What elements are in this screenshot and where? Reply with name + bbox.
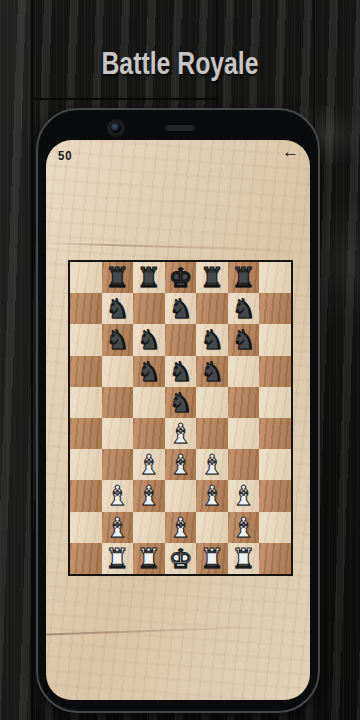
square-d9[interactable]: ♞: [165, 293, 197, 324]
square-a7[interactable]: [70, 356, 102, 387]
piece-white-bishop: ♝: [137, 451, 161, 478]
piece-white-king: ♚: [168, 545, 192, 572]
square-f7[interactable]: [228, 356, 260, 387]
square-b10[interactable]: ♜: [102, 262, 134, 293]
piece-white-rook: ♜: [232, 545, 256, 572]
square-a10[interactable]: [70, 262, 102, 293]
piece-black-knight: ♞: [105, 326, 129, 353]
square-b3[interactable]: ♝: [102, 480, 134, 511]
piece-black-knight: ♞: [168, 295, 192, 322]
square-e3[interactable]: ♝: [196, 480, 228, 511]
square-f3[interactable]: ♝: [228, 480, 260, 511]
square-e6[interactable]: [196, 387, 228, 418]
square-a5[interactable]: [70, 418, 102, 449]
square-e7[interactable]: ♞: [196, 356, 228, 387]
square-g4[interactable]: [259, 449, 291, 480]
phone-mockup: 50 ← ♜♜♚♜♜♞♞♞♞♞♞♞♞♞♞♞♝♝♝♝♝♝♝♝♝♝♝♜♜♚♜♜: [36, 108, 320, 713]
page-title: Battle Royale: [36, 46, 324, 82]
square-a3[interactable]: [70, 480, 102, 511]
square-d5[interactable]: ♝: [165, 418, 197, 449]
square-g2[interactable]: [259, 512, 291, 543]
piece-white-bishop: ♝: [168, 451, 192, 478]
wood-plank-seam: [0, 0, 33, 720]
square-g6[interactable]: [259, 387, 291, 418]
piece-white-bishop: ♝: [137, 482, 161, 509]
piece-black-knight: ♞: [168, 358, 192, 385]
wood-grain-line: [46, 624, 310, 635]
move-counter: 50: [58, 149, 73, 163]
square-b4[interactable]: [102, 449, 134, 480]
square-b6[interactable]: [102, 387, 134, 418]
square-c9[interactable]: [133, 293, 165, 324]
square-g7[interactable]: [259, 356, 291, 387]
square-f9[interactable]: ♞: [228, 293, 260, 324]
piece-black-knight: ♞: [168, 389, 192, 416]
square-b7[interactable]: [102, 356, 134, 387]
piece-white-rook: ♜: [200, 545, 224, 572]
square-g5[interactable]: [259, 418, 291, 449]
square-a9[interactable]: [70, 293, 102, 324]
app-screen: 50 ← ♜♜♚♜♜♞♞♞♞♞♞♞♞♞♞♞♝♝♝♝♝♝♝♝♝♝♝♜♜♚♜♜: [46, 140, 310, 700]
piece-white-bishop: ♝: [200, 482, 224, 509]
piece-black-rook: ♜: [200, 264, 224, 291]
piece-black-rook: ♜: [105, 264, 129, 291]
square-g8[interactable]: [259, 324, 291, 355]
square-e9[interactable]: [196, 293, 228, 324]
square-c6[interactable]: [133, 387, 165, 418]
square-a8[interactable]: [70, 324, 102, 355]
piece-black-knight: ♞: [137, 326, 161, 353]
square-e1[interactable]: ♜: [196, 543, 228, 574]
piece-white-bishop: ♝: [232, 482, 256, 509]
speaker-grill: [165, 125, 195, 131]
square-c7[interactable]: ♞: [133, 356, 165, 387]
square-d3[interactable]: [165, 480, 197, 511]
square-e10[interactable]: ♜: [196, 262, 228, 293]
piece-black-king: ♚: [168, 264, 192, 291]
piece-black-knight: ♞: [232, 295, 256, 322]
square-b5[interactable]: [102, 418, 134, 449]
square-a4[interactable]: [70, 449, 102, 480]
square-c10[interactable]: ♜: [133, 262, 165, 293]
square-e8[interactable]: ♞: [196, 324, 228, 355]
square-g3[interactable]: [259, 480, 291, 511]
piece-black-rook: ♜: [137, 264, 161, 291]
square-e2[interactable]: [196, 512, 228, 543]
piece-black-knight: ♞: [200, 358, 224, 385]
square-a1[interactable]: [70, 543, 102, 574]
square-d4[interactable]: ♝: [165, 449, 197, 480]
square-d1[interactable]: ♚: [165, 543, 197, 574]
square-c8[interactable]: ♞: [133, 324, 165, 355]
square-c4[interactable]: ♝: [133, 449, 165, 480]
wood-grain-line: [46, 242, 310, 251]
piece-black-knight: ♞: [137, 358, 161, 385]
piece-black-knight: ♞: [200, 326, 224, 353]
piece-white-bishop: ♝: [168, 514, 192, 541]
square-f4[interactable]: [228, 449, 260, 480]
square-f6[interactable]: [228, 387, 260, 418]
square-f10[interactable]: ♜: [228, 262, 260, 293]
square-f8[interactable]: ♞: [228, 324, 260, 355]
square-e4[interactable]: ♝: [196, 449, 228, 480]
square-c1[interactable]: ♜: [133, 543, 165, 574]
square-c3[interactable]: ♝: [133, 480, 165, 511]
chess-board: ♜♜♚♜♜♞♞♞♞♞♞♞♞♞♞♞♝♝♝♝♝♝♝♝♝♝♝♜♜♚♜♜: [68, 260, 293, 576]
piece-white-rook: ♜: [105, 545, 129, 572]
square-c5[interactable]: [133, 418, 165, 449]
piece-white-bishop: ♝: [200, 451, 224, 478]
piece-white-bishop: ♝: [105, 482, 129, 509]
square-d7[interactable]: ♞: [165, 356, 197, 387]
square-g10[interactable]: [259, 262, 291, 293]
square-c2[interactable]: [133, 512, 165, 543]
square-d10[interactable]: ♚: [165, 262, 197, 293]
wood-plank-seam: [33, 98, 216, 100]
square-f2[interactable]: ♝: [228, 512, 260, 543]
piece-white-bishop: ♝: [232, 514, 256, 541]
square-b9[interactable]: ♞: [102, 293, 134, 324]
piece-white-bishop: ♝: [105, 514, 129, 541]
piece-black-rook: ♜: [232, 264, 256, 291]
camera-icon: [111, 123, 121, 133]
square-g1[interactable]: [259, 543, 291, 574]
square-b8[interactable]: ♞: [102, 324, 134, 355]
piece-white-rook: ♜: [137, 545, 161, 572]
square-b1[interactable]: ♜: [102, 543, 134, 574]
square-f1[interactable]: ♜: [228, 543, 260, 574]
piece-black-knight: ♞: [232, 326, 256, 353]
back-arrow-icon[interactable]: ←: [282, 143, 299, 162]
square-d2[interactable]: ♝: [165, 512, 197, 543]
piece-white-bishop: ♝: [168, 420, 192, 447]
square-a6[interactable]: [70, 387, 102, 418]
square-f5[interactable]: [228, 418, 260, 449]
square-d6[interactable]: ♞: [165, 387, 197, 418]
piece-black-knight: ♞: [105, 295, 129, 322]
square-a2[interactable]: [70, 512, 102, 543]
square-d8[interactable]: [165, 324, 197, 355]
square-e5[interactable]: [196, 418, 228, 449]
square-g9[interactable]: [259, 293, 291, 324]
square-b2[interactable]: ♝: [102, 512, 134, 543]
